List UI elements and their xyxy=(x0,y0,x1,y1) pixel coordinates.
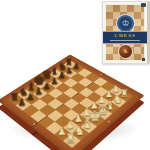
hinge-screw xyxy=(33,123,36,125)
black-pawn: ♟ xyxy=(50,76,58,85)
black-pawn: ♟ xyxy=(72,62,80,70)
white-rook: ♜ xyxy=(65,132,76,144)
hinge-screw xyxy=(100,74,103,76)
board-tilt-wrap: ♜♟♟♜♞♟♟♞♝♟♟♝♛♟♟♛♚♟♟♚♝♟♟♝♞♟♟♞♜♟♟♜ xyxy=(0,0,150,150)
black-pawn: ♟ xyxy=(43,81,51,90)
black-pawn: ♟ xyxy=(18,98,27,108)
square xyxy=(47,99,63,110)
product-photo-scene: ♔ CHESS ♞ ♜♟♟♜♞♟♟♞♝♟♟♝♛♟♟♛♚♟♟♚♝♟♟♝♞♟♟♞♜♟… xyxy=(0,0,150,150)
chess-board: ♜♟♟♜♞♟♟♞♝♟♟♝♛♟♟♛♚♟♟♚♝♟♟♝♞♟♟♞♜♟♟♜ xyxy=(9,60,133,147)
black-pawn: ♟ xyxy=(65,67,73,76)
board-frame: ♜♟♟♜♞♟♟♞♝♟♟♝♛♟♟♛♚♟♟♚♝♟♟♝♞♟♟♞♜♟♟♜ xyxy=(0,55,144,150)
black-pawn: ♟ xyxy=(26,92,34,101)
black-pawn: ♟ xyxy=(58,71,66,80)
black-pawn: ♟ xyxy=(35,87,43,96)
board-perspective: ♜♟♟♜♞♟♟♞♝♟♟♝♛♟♟♛♚♟♟♚♝♟♟♝♞♟♟♞♜♟♟♜ xyxy=(0,0,150,150)
hinge-screw xyxy=(107,120,110,122)
